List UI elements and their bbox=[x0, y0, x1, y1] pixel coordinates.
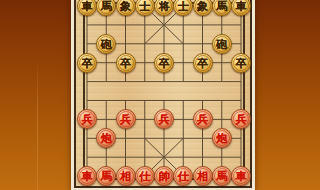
black-soldier[interactable]: 卒 bbox=[193, 53, 213, 73]
piece-glyph: 馬 bbox=[216, 1, 227, 12]
black-cannon[interactable]: 砲 bbox=[212, 34, 232, 54]
red-chariot[interactable]: 車 bbox=[77, 166, 97, 186]
piece-glyph: 車 bbox=[82, 171, 93, 182]
black-soldier[interactable]: 卒 bbox=[154, 53, 174, 73]
piece-glyph: 卒 bbox=[159, 58, 170, 69]
piece-glyph: 兵 bbox=[82, 114, 93, 125]
piece-glyph: 炮 bbox=[216, 133, 227, 144]
red-soldier[interactable]: 兵 bbox=[154, 109, 174, 129]
piece-glyph: 帥 bbox=[159, 171, 170, 182]
xiangqi-board[interactable]: 車馬象士将士象馬車砲砲卒卒卒卒卒兵兵兵兵兵炮炮車馬相仕帥仕相馬車 bbox=[71, 0, 255, 190]
black-advisor[interactable]: 士 bbox=[135, 0, 155, 16]
red-soldier[interactable]: 兵 bbox=[116, 109, 136, 129]
piece-glyph: 卒 bbox=[236, 58, 247, 69]
black-soldier[interactable]: 卒 bbox=[116, 53, 136, 73]
red-advisor[interactable]: 仕 bbox=[173, 166, 193, 186]
piece-glyph: 兵 bbox=[120, 114, 131, 125]
black-cannon[interactable]: 砲 bbox=[96, 34, 116, 54]
red-soldier[interactable]: 兵 bbox=[193, 109, 213, 129]
piece-glyph: 卒 bbox=[197, 58, 208, 69]
red-elephant[interactable]: 相 bbox=[193, 166, 213, 186]
pieces-layer: 車馬象士将士象馬車砲砲卒卒卒卒卒兵兵兵兵兵炮炮車馬相仕帥仕相馬車 bbox=[71, 0, 255, 190]
piece-glyph: 兵 bbox=[159, 114, 170, 125]
piece-glyph: 兵 bbox=[236, 114, 247, 125]
red-horse[interactable]: 馬 bbox=[212, 166, 232, 186]
piece-glyph: 相 bbox=[120, 171, 131, 182]
red-soldier[interactable]: 兵 bbox=[77, 109, 97, 129]
black-chariot[interactable]: 車 bbox=[231, 0, 251, 16]
piece-glyph: 象 bbox=[120, 1, 131, 12]
black-horse[interactable]: 馬 bbox=[96, 0, 116, 16]
red-general[interactable]: 帥 bbox=[154, 166, 174, 186]
piece-glyph: 馬 bbox=[101, 171, 112, 182]
red-elephant[interactable]: 相 bbox=[116, 166, 136, 186]
black-horse[interactable]: 馬 bbox=[212, 0, 232, 16]
piece-glyph: 馬 bbox=[216, 171, 227, 182]
piece-glyph: 相 bbox=[197, 171, 208, 182]
red-cannon[interactable]: 炮 bbox=[212, 128, 232, 148]
red-soldier[interactable]: 兵 bbox=[231, 109, 251, 129]
piece-glyph: 将 bbox=[159, 1, 170, 12]
piece-glyph: 砲 bbox=[216, 39, 227, 50]
app-background: 車馬象士将士象馬車砲砲卒卒卒卒卒兵兵兵兵兵炮炮車馬相仕帥仕相馬車 bbox=[0, 0, 320, 190]
black-elephant[interactable]: 象 bbox=[116, 0, 136, 16]
black-elephant[interactable]: 象 bbox=[193, 0, 213, 16]
piece-glyph: 仕 bbox=[178, 171, 189, 182]
black-soldier[interactable]: 卒 bbox=[77, 53, 97, 73]
piece-glyph: 士 bbox=[178, 1, 189, 12]
red-advisor[interactable]: 仕 bbox=[135, 166, 155, 186]
black-soldier[interactable]: 卒 bbox=[231, 53, 251, 73]
piece-glyph: 士 bbox=[139, 1, 150, 12]
piece-glyph: 車 bbox=[82, 1, 93, 12]
piece-glyph: 砲 bbox=[101, 39, 112, 50]
piece-glyph: 卒 bbox=[82, 58, 93, 69]
piece-glyph: 卒 bbox=[120, 58, 131, 69]
background-streak bbox=[37, 0, 38, 190]
piece-glyph: 車 bbox=[236, 1, 247, 12]
black-chariot[interactable]: 車 bbox=[77, 0, 97, 16]
red-cannon[interactable]: 炮 bbox=[96, 128, 116, 148]
piece-glyph: 兵 bbox=[197, 114, 208, 125]
black-general[interactable]: 将 bbox=[154, 0, 174, 16]
piece-glyph: 象 bbox=[197, 1, 208, 12]
piece-glyph: 仕 bbox=[139, 171, 150, 182]
piece-glyph: 炮 bbox=[101, 133, 112, 144]
red-chariot[interactable]: 車 bbox=[231, 166, 251, 186]
piece-glyph: 馬 bbox=[101, 1, 112, 12]
red-horse[interactable]: 馬 bbox=[96, 166, 116, 186]
piece-glyph: 車 bbox=[236, 171, 247, 182]
black-advisor[interactable]: 士 bbox=[173, 0, 193, 16]
